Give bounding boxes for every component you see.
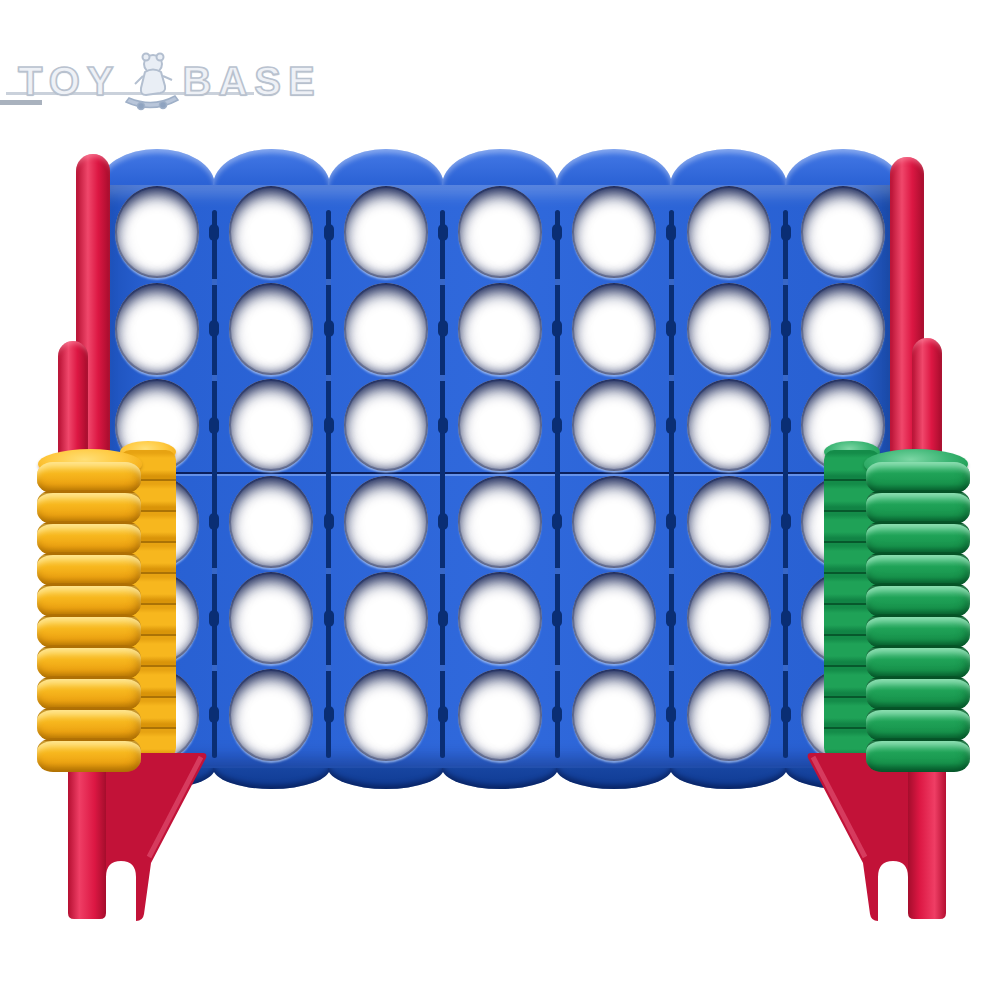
board-hole-r2c4 <box>458 283 542 375</box>
green-disc-stack <box>866 462 970 772</box>
slot-notch <box>552 513 562 530</box>
slot-notch <box>781 320 791 337</box>
green-disc <box>866 676 970 710</box>
slot-notch <box>666 610 676 627</box>
yellow-disc <box>37 583 141 617</box>
right-disc-storage-post <box>912 338 942 466</box>
slot-segment-gap <box>440 279 445 285</box>
yellow-disc <box>37 552 141 586</box>
board-hole-r5c2 <box>229 572 313 664</box>
green-disc <box>866 738 970 772</box>
slot-segment-gap <box>783 665 788 671</box>
slot-notch <box>324 320 334 337</box>
slot-notch <box>666 417 676 434</box>
board-hole-r4c3 <box>344 476 428 568</box>
green-disc <box>866 707 970 741</box>
board-hole-r3c6 <box>687 379 771 471</box>
slot-notch <box>324 706 334 723</box>
board-hole-r3c3 <box>344 379 428 471</box>
green-disc <box>866 552 970 586</box>
slot-segment-gap <box>555 279 560 285</box>
slot-notch <box>438 224 448 241</box>
yellow-disc-stack <box>37 462 141 772</box>
green-disc <box>866 645 970 679</box>
column-divider-slot <box>555 210 560 758</box>
column-divider-slot <box>212 210 217 758</box>
board-hole-r1c2 <box>229 186 313 278</box>
yellow-disc <box>37 614 141 648</box>
board-hole-r4c4 <box>458 476 542 568</box>
slot-notch <box>666 224 676 241</box>
board-hole-r6c4 <box>458 669 542 761</box>
slot-segment-gap <box>326 375 331 381</box>
green-disc <box>866 583 970 617</box>
slot-segment-gap <box>783 279 788 285</box>
slot-notch <box>781 513 791 530</box>
slot-segment-gap <box>212 568 217 574</box>
slot-notch <box>781 224 791 241</box>
column-divider-slot <box>783 210 788 758</box>
slot-segment-gap <box>669 568 674 574</box>
yellow-disc <box>37 645 141 679</box>
slot-segment-gap <box>212 279 217 285</box>
slot-notch <box>552 320 562 337</box>
slot-segment-gap <box>326 279 331 285</box>
yellow-disc <box>37 521 141 555</box>
board-hole-r1c3 <box>344 186 428 278</box>
slot-segment-gap <box>555 568 560 574</box>
board-hole-r5c6 <box>687 572 771 664</box>
board-hole-r3c4 <box>458 379 542 471</box>
slot-segment-gap <box>440 375 445 381</box>
slot-notch <box>209 610 219 627</box>
yellow-disc <box>37 462 141 493</box>
slot-segment-gap <box>669 665 674 671</box>
board-hole-r1c1 <box>115 186 199 278</box>
board-hole-r1c6 <box>687 186 771 278</box>
slot-notch <box>438 706 448 723</box>
slot-notch <box>324 417 334 434</box>
yellow-disc <box>37 738 141 772</box>
slot-notch <box>438 320 448 337</box>
slot-notch <box>781 417 791 434</box>
slot-notch <box>438 513 448 530</box>
slot-segment-gap <box>212 665 217 671</box>
board-hole-r6c5 <box>572 669 656 761</box>
board-hole-r2c5 <box>572 283 656 375</box>
slot-segment-gap <box>440 568 445 574</box>
bear-on-skateboard-icon <box>123 50 181 112</box>
right-leg <box>779 745 959 925</box>
yellow-disc <box>37 707 141 741</box>
slot-notch <box>666 320 676 337</box>
column-divider-slot <box>326 210 331 758</box>
slot-segment-gap <box>783 568 788 574</box>
slot-notch <box>781 610 791 627</box>
board-hole-r1c4 <box>458 186 542 278</box>
slot-segment-gap <box>212 375 217 381</box>
green-disc <box>866 462 970 493</box>
board-hole-r4c2 <box>229 476 313 568</box>
board-hole-r5c4 <box>458 572 542 664</box>
slot-notch <box>209 417 219 434</box>
slot-notch <box>781 706 791 723</box>
slot-notch <box>324 513 334 530</box>
slot-notch <box>666 513 676 530</box>
slot-notch <box>324 610 334 627</box>
board-hole-r4c6 <box>687 476 771 568</box>
green-disc <box>866 521 970 555</box>
slot-segment-gap <box>440 665 445 671</box>
slot-segment-gap <box>326 568 331 574</box>
board-hole-r5c5 <box>572 572 656 664</box>
slot-notch <box>438 417 448 434</box>
board-hole-r6c3 <box>344 669 428 761</box>
yellow-disc <box>37 490 141 524</box>
slot-notch <box>324 224 334 241</box>
board-hole-r2c6 <box>687 283 771 375</box>
slot-segment-gap <box>669 279 674 285</box>
slot-notch <box>209 224 219 241</box>
board-hole-r1c7 <box>801 186 885 278</box>
column-divider-slot <box>669 210 674 758</box>
board-hole-r5c3 <box>344 572 428 664</box>
watermark-word-base: BASE <box>183 61 322 101</box>
board-hole-r2c1 <box>115 283 199 375</box>
green-disc <box>866 614 970 648</box>
board-hole-r6c6 <box>687 669 771 761</box>
slot-notch <box>209 706 219 723</box>
yellow-disc <box>37 676 141 710</box>
board-hole-r2c7 <box>801 283 885 375</box>
watermark-word-toy: TOY <box>18 61 121 101</box>
board-hole-r4c5 <box>572 476 656 568</box>
slot-notch <box>209 513 219 530</box>
connect-four-board <box>100 149 900 790</box>
slot-notch <box>552 706 562 723</box>
board-hole-r1c5 <box>572 186 656 278</box>
slot-segment-gap <box>669 375 674 381</box>
connect-four-product-photo: TOY BASE <box>0 0 1000 1000</box>
board-hole-r6c2 <box>229 669 313 761</box>
slot-notch <box>666 706 676 723</box>
board-hole-r3c2 <box>229 379 313 471</box>
toy-base-watermark: TOY BASE <box>18 42 278 112</box>
slot-notch <box>209 320 219 337</box>
green-disc <box>866 490 970 524</box>
slot-segment-gap <box>555 375 560 381</box>
left-disc-storage-post <box>58 341 88 466</box>
column-divider-slot <box>440 210 445 758</box>
slot-notch <box>438 610 448 627</box>
left-leg <box>55 745 235 925</box>
slot-segment-gap <box>326 665 331 671</box>
slot-notch <box>552 610 562 627</box>
slot-segment-gap <box>555 665 560 671</box>
slot-notch <box>552 224 562 241</box>
board-hole-r2c3 <box>344 283 428 375</box>
slot-notch <box>552 417 562 434</box>
board-hole-r2c2 <box>229 283 313 375</box>
board-hole-r3c5 <box>572 379 656 471</box>
slot-segment-gap <box>783 375 788 381</box>
